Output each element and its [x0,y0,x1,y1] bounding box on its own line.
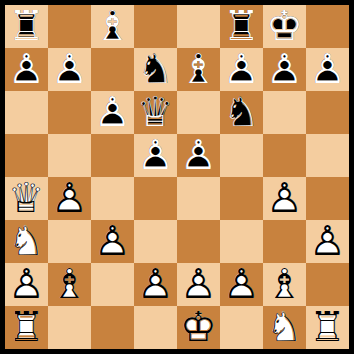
piece-outline-glyph: ♙ [5,48,48,91]
square-g1[interactable]: ♞♘ [263,306,306,349]
square-f6[interactable]: ♞♘ [220,91,263,134]
piece-fill-glyph: ♟ [177,134,220,177]
piece-outline-glyph: ♙ [263,48,306,91]
piece-fill-glyph: ♟ [220,48,263,91]
white-pawn-piece[interactable]: ♟♙ [5,263,48,306]
piece-outline-glyph: ♘ [220,91,263,134]
white-king-piece[interactable]: ♚♔ [177,306,220,349]
piece-fill-glyph: ♟ [177,263,220,306]
square-e4[interactable] [177,177,220,220]
piece-fill-glyph: ♜ [5,306,48,349]
piece-fill-glyph: ♝ [263,263,306,306]
square-e1[interactable]: ♚♔ [177,306,220,349]
piece-fill-glyph: ♜ [5,5,48,48]
square-c7[interactable] [91,48,134,91]
piece-fill-glyph: ♞ [263,306,306,349]
black-rook-piece[interactable]: ♜♖ [220,5,263,48]
square-b3[interactable] [48,220,91,263]
white-rook-piece[interactable]: ♜♖ [5,306,48,349]
piece-outline-glyph: ♙ [91,91,134,134]
square-e5[interactable]: ♟♙ [177,134,220,177]
square-g2[interactable]: ♝♗ [263,263,306,306]
square-g3[interactable] [263,220,306,263]
square-e6[interactable] [177,91,220,134]
square-b2[interactable]: ♝♗ [48,263,91,306]
square-c6[interactable]: ♟♙ [91,91,134,134]
square-e8[interactable] [177,5,220,48]
piece-outline-glyph: ♘ [263,306,306,349]
square-h7[interactable]: ♟♙ [306,48,349,91]
square-d6[interactable]: ♛♕ [134,91,177,134]
square-a3[interactable]: ♞♘ [5,220,48,263]
square-a7[interactable]: ♟♙ [5,48,48,91]
black-knight-piece[interactable]: ♞♘ [220,91,263,134]
piece-outline-glyph: ♙ [177,263,220,306]
black-pawn-piece[interactable]: ♟♙ [91,91,134,134]
piece-outline-glyph: ♖ [306,306,349,349]
square-d7[interactable]: ♞♘ [134,48,177,91]
square-d5[interactable]: ♟♙ [134,134,177,177]
piece-fill-glyph: ♜ [306,306,349,349]
square-c8[interactable]: ♝♗ [91,5,134,48]
piece-fill-glyph: ♟ [48,177,91,220]
piece-fill-glyph: ♟ [5,263,48,306]
square-g8[interactable]: ♚♔ [263,5,306,48]
square-d4[interactable] [134,177,177,220]
square-b6[interactable] [48,91,91,134]
black-knight-piece[interactable]: ♞♘ [134,48,177,91]
white-knight-piece[interactable]: ♞♘ [263,306,306,349]
piece-outline-glyph: ♙ [220,48,263,91]
black-queen-piece[interactable]: ♛♕ [134,91,177,134]
square-f1[interactable] [220,306,263,349]
black-pawn-piece[interactable]: ♟♙ [263,48,306,91]
square-c1[interactable] [91,306,134,349]
piece-outline-glyph: ♕ [5,177,48,220]
square-e3[interactable] [177,220,220,263]
piece-outline-glyph: ♔ [263,5,306,48]
black-pawn-piece[interactable]: ♟♙ [5,48,48,91]
black-pawn-piece[interactable]: ♟♙ [306,48,349,91]
piece-outline-glyph: ♙ [48,48,91,91]
square-c4[interactable] [91,177,134,220]
square-a6[interactable] [5,91,48,134]
square-b5[interactable] [48,134,91,177]
piece-fill-glyph: ♟ [306,220,349,263]
square-f4[interactable] [220,177,263,220]
white-pawn-piece[interactable]: ♟♙ [263,177,306,220]
white-bishop-piece[interactable]: ♝♗ [48,263,91,306]
white-queen-piece[interactable]: ♛♕ [5,177,48,220]
black-pawn-piece[interactable]: ♟♙ [134,134,177,177]
square-b8[interactable] [48,5,91,48]
piece-fill-glyph: ♝ [48,263,91,306]
piece-fill-glyph: ♟ [263,48,306,91]
square-a2[interactable]: ♟♙ [5,263,48,306]
black-king-piece[interactable]: ♚♔ [263,5,306,48]
white-pawn-piece[interactable]: ♟♙ [134,263,177,306]
piece-outline-glyph: ♖ [5,306,48,349]
piece-fill-glyph: ♟ [306,48,349,91]
square-g6[interactable] [263,91,306,134]
square-g5[interactable] [263,134,306,177]
square-a8[interactable]: ♜♖ [5,5,48,48]
square-h4[interactable] [306,177,349,220]
square-b7[interactable]: ♟♙ [48,48,91,91]
white-pawn-piece[interactable]: ♟♙ [306,220,349,263]
square-f5[interactable] [220,134,263,177]
piece-fill-glyph: ♟ [134,263,177,306]
square-b4[interactable]: ♟♙ [48,177,91,220]
piece-outline-glyph: ♗ [91,5,134,48]
piece-fill-glyph: ♟ [263,177,306,220]
white-pawn-piece[interactable]: ♟♙ [220,263,263,306]
square-f2[interactable]: ♟♙ [220,263,263,306]
piece-outline-glyph: ♗ [177,48,220,91]
piece-outline-glyph: ♙ [134,134,177,177]
square-e7[interactable]: ♝♗ [177,48,220,91]
piece-fill-glyph: ♜ [220,5,263,48]
square-g7[interactable]: ♟♙ [263,48,306,91]
square-d3[interactable] [134,220,177,263]
piece-fill-glyph: ♝ [177,48,220,91]
piece-fill-glyph: ♟ [48,48,91,91]
piece-outline-glyph: ♙ [134,263,177,306]
white-pawn-piece[interactable]: ♟♙ [177,263,220,306]
black-pawn-piece[interactable]: ♟♙ [48,48,91,91]
square-a4[interactable]: ♛♕ [5,177,48,220]
piece-fill-glyph: ♛ [134,91,177,134]
piece-outline-glyph: ♙ [306,220,349,263]
square-h6[interactable] [306,91,349,134]
square-h2[interactable] [306,263,349,306]
square-f8[interactable]: ♜♖ [220,5,263,48]
piece-outline-glyph: ♔ [177,306,220,349]
square-c2[interactable] [91,263,134,306]
piece-fill-glyph: ♞ [220,91,263,134]
piece-outline-glyph: ♗ [48,263,91,306]
piece-outline-glyph: ♘ [5,220,48,263]
black-pawn-piece[interactable]: ♟♙ [220,48,263,91]
black-pawn-piece[interactable]: ♟♙ [177,134,220,177]
square-c5[interactable] [91,134,134,177]
piece-fill-glyph: ♟ [91,220,134,263]
piece-outline-glyph: ♙ [91,220,134,263]
piece-outline-glyph: ♙ [263,177,306,220]
piece-outline-glyph: ♖ [5,5,48,48]
board-frame: ♜♖♝♗♜♖♚♔♟♙♟♙♞♘♝♗♟♙♟♙♟♙♟♙♛♕♞♘♟♙♟♙♛♕♟♙♟♙♞♘… [0,0,354,354]
square-e2[interactable]: ♟♙ [177,263,220,306]
square-c3[interactable]: ♟♙ [91,220,134,263]
piece-fill-glyph: ♟ [5,48,48,91]
square-f7[interactable]: ♟♙ [220,48,263,91]
piece-fill-glyph: ♛ [5,177,48,220]
square-h1[interactable]: ♜♖ [306,306,349,349]
piece-fill-glyph: ♟ [91,91,134,134]
piece-outline-glyph: ♘ [134,48,177,91]
piece-fill-glyph: ♝ [91,5,134,48]
piece-outline-glyph: ♗ [263,263,306,306]
black-bishop-piece[interactable]: ♝♗ [177,48,220,91]
square-h8[interactable] [306,5,349,48]
piece-outline-glyph: ♙ [220,263,263,306]
piece-outline-glyph: ♙ [5,263,48,306]
white-pawn-piece[interactable]: ♟♙ [48,177,91,220]
piece-outline-glyph: ♖ [220,5,263,48]
square-b1[interactable] [48,306,91,349]
piece-outline-glyph: ♙ [306,48,349,91]
piece-fill-glyph: ♚ [177,306,220,349]
piece-fill-glyph: ♚ [263,5,306,48]
square-f3[interactable] [220,220,263,263]
white-bishop-piece[interactable]: ♝♗ [263,263,306,306]
white-knight-piece[interactable]: ♞♘ [5,220,48,263]
piece-fill-glyph: ♞ [134,48,177,91]
piece-outline-glyph: ♕ [134,91,177,134]
piece-fill-glyph: ♟ [220,263,263,306]
square-h5[interactable] [306,134,349,177]
black-rook-piece[interactable]: ♜♖ [5,5,48,48]
piece-fill-glyph: ♟ [134,134,177,177]
square-h3[interactable]: ♟♙ [306,220,349,263]
chess-board: ♜♖♝♗♜♖♚♔♟♙♟♙♞♘♝♗♟♙♟♙♟♙♟♙♛♕♞♘♟♙♟♙♛♕♟♙♟♙♞♘… [5,5,349,349]
piece-outline-glyph: ♙ [177,134,220,177]
square-g4[interactable]: ♟♙ [263,177,306,220]
square-d8[interactable] [134,5,177,48]
white-rook-piece[interactable]: ♜♖ [306,306,349,349]
square-a5[interactable] [5,134,48,177]
square-d1[interactable] [134,306,177,349]
white-pawn-piece[interactable]: ♟♙ [91,220,134,263]
piece-fill-glyph: ♞ [5,220,48,263]
square-a1[interactable]: ♜♖ [5,306,48,349]
black-bishop-piece[interactable]: ♝♗ [91,5,134,48]
square-d2[interactable]: ♟♙ [134,263,177,306]
piece-outline-glyph: ♙ [48,177,91,220]
